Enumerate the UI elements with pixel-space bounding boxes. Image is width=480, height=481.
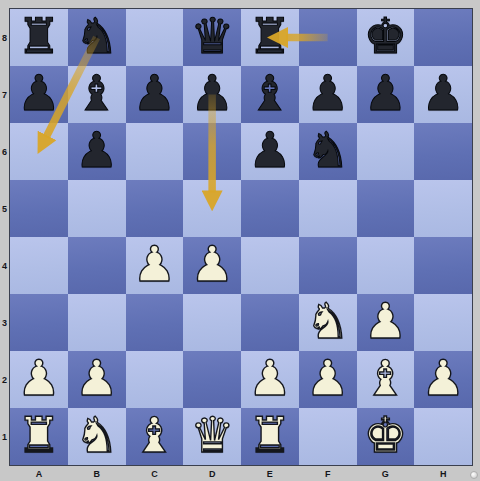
square-d8[interactable]: ♛ <box>183 9 241 66</box>
square-d1[interactable]: ♛ <box>183 408 241 465</box>
rank-label-8: 8 <box>0 9 9 66</box>
square-b3[interactable] <box>68 294 126 351</box>
square-c3[interactable] <box>126 294 184 351</box>
square-h4[interactable] <box>414 237 472 294</box>
piece-black-pawn-f7[interactable]: ♟ <box>306 69 350 118</box>
square-g1[interactable]: ♚ <box>357 408 415 465</box>
square-d2[interactable] <box>183 351 241 408</box>
square-c5[interactable] <box>126 180 184 237</box>
piece-black-knight-f6[interactable]: ♞ <box>306 126 350 175</box>
piece-white-pawn-c4[interactable]: ♟ <box>132 240 176 289</box>
square-h6[interactable] <box>414 123 472 180</box>
chess-board-window: 87654321 ♜♞♛♜♚♟♝♟♟♝♟♟♟♟♟♞♟♟♞♟♟♟♟♟♝♟♜♞♝♛♜… <box>0 0 480 481</box>
square-c1[interactable]: ♝ <box>126 408 184 465</box>
piece-white-bishop-c1[interactable]: ♝ <box>132 411 176 460</box>
rank-labels: 87654321 <box>0 9 9 465</box>
square-d7[interactable]: ♟ <box>183 66 241 123</box>
square-h5[interactable] <box>414 180 472 237</box>
square-d5[interactable] <box>183 180 241 237</box>
piece-black-pawn-e6[interactable]: ♟ <box>248 126 292 175</box>
square-h2[interactable]: ♟ <box>414 351 472 408</box>
piece-white-pawn-g3[interactable]: ♟ <box>363 297 407 346</box>
piece-white-bishop-g2[interactable]: ♝ <box>363 354 407 403</box>
square-e5[interactable] <box>241 180 299 237</box>
square-f5[interactable] <box>299 180 357 237</box>
piece-white-king-g1[interactable]: ♚ <box>363 411 407 460</box>
square-d3[interactable] <box>183 294 241 351</box>
piece-black-knight-b8[interactable]: ♞ <box>75 12 119 61</box>
piece-black-pawn-a7[interactable]: ♟ <box>17 69 61 118</box>
square-b6[interactable]: ♟ <box>68 123 126 180</box>
rank-label-7: 7 <box>0 66 9 123</box>
square-c2[interactable] <box>126 351 184 408</box>
square-a8[interactable]: ♜ <box>10 9 68 66</box>
square-a5[interactable] <box>10 180 68 237</box>
file-label-d: D <box>183 466 241 481</box>
piece-white-rook-e1[interactable]: ♜ <box>248 411 292 460</box>
square-g2[interactable]: ♝ <box>357 351 415 408</box>
piece-black-pawn-h7[interactable]: ♟ <box>421 69 465 118</box>
square-e4[interactable] <box>241 237 299 294</box>
piece-black-rook-e8[interactable]: ♜ <box>248 12 292 61</box>
square-a3[interactable] <box>10 294 68 351</box>
square-c4[interactable]: ♟ <box>126 237 184 294</box>
piece-white-pawn-e2[interactable]: ♟ <box>248 354 292 403</box>
file-label-g: G <box>357 466 415 481</box>
rank-label-1: 1 <box>0 408 9 465</box>
square-d4[interactable]: ♟ <box>183 237 241 294</box>
square-g3[interactable]: ♟ <box>357 294 415 351</box>
piece-black-queen-d8[interactable]: ♛ <box>190 12 234 61</box>
square-e2[interactable]: ♟ <box>241 351 299 408</box>
file-label-a: A <box>10 466 68 481</box>
square-c6[interactable] <box>126 123 184 180</box>
rank-label-3: 3 <box>0 294 9 351</box>
piece-white-pawn-d4[interactable]: ♟ <box>190 240 234 289</box>
square-b5[interactable] <box>68 180 126 237</box>
square-h3[interactable] <box>414 294 472 351</box>
piece-black-pawn-d7[interactable]: ♟ <box>190 69 234 118</box>
square-b2[interactable]: ♟ <box>68 351 126 408</box>
square-f4[interactable] <box>299 237 357 294</box>
file-label-e: E <box>241 466 299 481</box>
square-g8[interactable]: ♚ <box>357 9 415 66</box>
piece-black-pawn-c7[interactable]: ♟ <box>132 69 176 118</box>
piece-black-bishop-b7[interactable]: ♝ <box>75 69 119 118</box>
square-h8[interactable] <box>414 9 472 66</box>
square-e7[interactable]: ♝ <box>241 66 299 123</box>
square-a6[interactable] <box>10 123 68 180</box>
piece-white-knight-f3[interactable]: ♞ <box>306 297 350 346</box>
square-b8[interactable]: ♞ <box>68 9 126 66</box>
square-a4[interactable] <box>10 237 68 294</box>
square-g4[interactable] <box>357 237 415 294</box>
square-e6[interactable]: ♟ <box>241 123 299 180</box>
file-label-h: H <box>414 466 472 481</box>
square-d6[interactable] <box>183 123 241 180</box>
chess-board: ♜♞♛♜♚♟♝♟♟♝♟♟♟♟♟♞♟♟♞♟♟♟♟♟♝♟♜♞♝♛♜♚ <box>9 8 473 466</box>
square-f1[interactable] <box>299 408 357 465</box>
piece-black-king-g8[interactable]: ♚ <box>363 12 407 61</box>
piece-white-queen-d1[interactable]: ♛ <box>190 411 234 460</box>
square-e3[interactable] <box>241 294 299 351</box>
piece-white-rook-a1[interactable]: ♜ <box>17 411 61 460</box>
square-f6[interactable]: ♞ <box>299 123 357 180</box>
piece-black-rook-a8[interactable]: ♜ <box>17 12 61 61</box>
piece-white-pawn-h2[interactable]: ♟ <box>421 354 465 403</box>
square-h7[interactable]: ♟ <box>414 66 472 123</box>
square-f7[interactable]: ♟ <box>299 66 357 123</box>
square-f8[interactable] <box>299 9 357 66</box>
piece-white-pawn-f2[interactable]: ♟ <box>306 354 350 403</box>
rank-label-5: 5 <box>0 180 9 237</box>
file-label-b: B <box>68 466 126 481</box>
square-b4[interactable] <box>68 237 126 294</box>
rank-label-4: 4 <box>0 237 9 294</box>
square-g6[interactable] <box>357 123 415 180</box>
piece-black-pawn-b6[interactable]: ♟ <box>75 126 119 175</box>
rank-label-6: 6 <box>0 123 9 180</box>
piece-white-pawn-a2[interactable]: ♟ <box>17 354 61 403</box>
square-a1[interactable]: ♜ <box>10 408 68 465</box>
square-c8[interactable] <box>126 9 184 66</box>
square-g5[interactable] <box>357 180 415 237</box>
corner-grip-dot <box>470 471 478 479</box>
piece-black-bishop-e7[interactable]: ♝ <box>248 69 292 118</box>
file-label-c: C <box>126 466 184 481</box>
rank-label-2: 2 <box>0 351 9 408</box>
square-b1[interactable]: ♞ <box>68 408 126 465</box>
square-a2[interactable]: ♟ <box>10 351 68 408</box>
square-f3[interactable]: ♞ <box>299 294 357 351</box>
file-labels: ABCDEFGH <box>10 466 472 481</box>
file-label-f: F <box>299 466 357 481</box>
square-e8[interactable]: ♜ <box>241 9 299 66</box>
piece-white-knight-b1[interactable]: ♞ <box>75 411 119 460</box>
square-a7[interactable]: ♟ <box>10 66 68 123</box>
square-b7[interactable]: ♝ <box>68 66 126 123</box>
square-c7[interactable]: ♟ <box>126 66 184 123</box>
piece-white-pawn-b2[interactable]: ♟ <box>75 354 119 403</box>
square-g7[interactable]: ♟ <box>357 66 415 123</box>
square-h1[interactable] <box>414 408 472 465</box>
square-f2[interactable]: ♟ <box>299 351 357 408</box>
piece-black-pawn-g7[interactable]: ♟ <box>363 69 407 118</box>
square-e1[interactable]: ♜ <box>241 408 299 465</box>
